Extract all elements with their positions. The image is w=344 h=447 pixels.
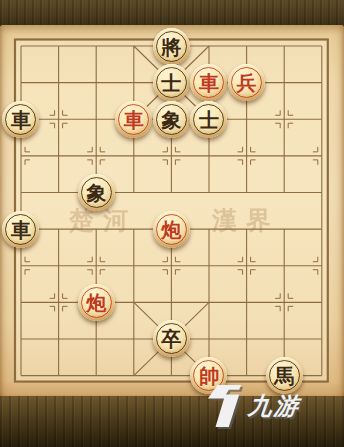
piece-black-elephant-1[interactable]: 象 [153, 101, 190, 138]
pieces-layer: 將士車兵車車象士象車炮炮卒帥馬 [2, 28, 340, 394]
piece-black-soldier[interactable]: 卒 [153, 320, 190, 357]
xiangqi-game-screenshot: 楚河 漢界 將士車兵車車象士象車炮炮卒帥馬 九游 [0, 0, 344, 447]
piece-glyph: 象 [161, 109, 181, 130]
piece-black-elephant-2[interactable]: 象 [78, 174, 115, 211]
piece-red-chariot-1[interactable]: 車 [190, 64, 227, 101]
piece-red-cannon-1[interactable]: 炮 [153, 211, 190, 248]
watermark-text: 九游 [246, 390, 301, 422]
piece-glyph: 車 [199, 72, 219, 93]
piece-glyph: 象 [86, 182, 106, 203]
jiuyou-logo-icon [206, 383, 244, 429]
piece-black-chariot-1[interactable]: 車 [2, 101, 39, 138]
piece-glyph: 兵 [237, 72, 257, 93]
piece-red-chariot-2[interactable]: 車 [115, 101, 152, 138]
piece-black-chariot-2[interactable]: 車 [2, 211, 39, 248]
piece-glyph: 將 [161, 36, 181, 57]
piece-glyph: 炮 [86, 292, 106, 313]
piece-black-advisor-1[interactable]: 士 [153, 64, 190, 101]
piece-red-soldier[interactable]: 兵 [228, 64, 265, 101]
piece-black-general[interactable]: 將 [153, 28, 190, 65]
piece-glyph: 卒 [161, 328, 181, 349]
piece-glyph: 炮 [161, 219, 181, 240]
piece-glyph: 車 [11, 109, 31, 130]
wood-background-top [0, 0, 344, 26]
piece-glyph: 士 [161, 72, 181, 93]
piece-glyph: 士 [199, 109, 219, 130]
piece-black-advisor-2[interactable]: 士 [190, 101, 227, 138]
watermark: 九游 [206, 381, 336, 431]
piece-glyph: 車 [11, 219, 31, 240]
piece-glyph: 車 [124, 109, 144, 130]
piece-red-cannon-2[interactable]: 炮 [78, 284, 115, 321]
